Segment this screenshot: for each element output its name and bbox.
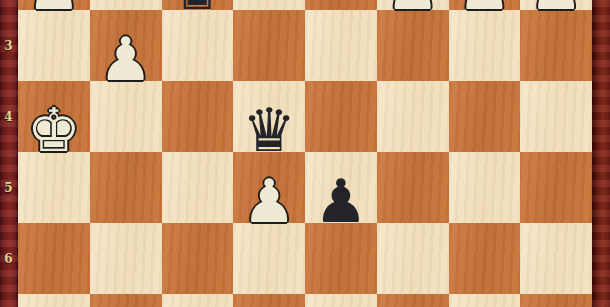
- square-e5[interactable]: ♟: [233, 152, 305, 223]
- square-g5[interactable]: [90, 152, 162, 223]
- square-a4[interactable]: [520, 81, 592, 152]
- square-f6[interactable]: [162, 223, 234, 294]
- square-h6[interactable]: [18, 223, 90, 294]
- white-king[interactable]: ♚: [18, 100, 90, 160]
- square-f2[interactable]: ♚: [162, 0, 234, 10]
- rank-label-4: 4: [0, 110, 17, 124]
- square-e4[interactable]: ♛: [233, 81, 305, 152]
- square-h2[interactable]: ♟: [18, 0, 90, 10]
- rank-label-5: 5: [0, 181, 17, 195]
- black-queen[interactable]: ♛: [233, 100, 305, 160]
- square-g4[interactable]: [90, 81, 162, 152]
- square-b6[interactable]: [449, 223, 521, 294]
- square-c2[interactable]: ♟: [377, 0, 449, 10]
- black-pawn[interactable]: ♟: [305, 171, 377, 231]
- square-c5[interactable]: [377, 152, 449, 223]
- square-g3[interactable]: ♟: [90, 10, 162, 81]
- square-a2[interactable]: ♟: [520, 0, 592, 10]
- square-d2[interactable]: [305, 0, 377, 10]
- square-b7[interactable]: [449, 294, 521, 307]
- square-h4[interactable]: ♚: [18, 81, 90, 152]
- rank-label-3: 3: [0, 39, 17, 53]
- square-c4[interactable]: [377, 81, 449, 152]
- square-g6[interactable]: [90, 223, 162, 294]
- square-d4[interactable]: [305, 81, 377, 152]
- square-g2[interactable]: [90, 0, 162, 10]
- chess-board-screenshot: ♟♚♟♟♟♟♚♛♟♟ 3456: [0, 0, 610, 307]
- square-h5[interactable]: [18, 152, 90, 223]
- square-f4[interactable]: [162, 81, 234, 152]
- square-f5[interactable]: [162, 152, 234, 223]
- square-d5[interactable]: ♟: [305, 152, 377, 223]
- square-e3[interactable]: [233, 10, 305, 81]
- square-h3[interactable]: [18, 10, 90, 81]
- square-h7[interactable]: [18, 294, 90, 307]
- square-a3[interactable]: [520, 10, 592, 81]
- square-b2[interactable]: ♟: [449, 0, 521, 10]
- square-d7[interactable]: [305, 294, 377, 307]
- square-f3[interactable]: [162, 10, 234, 81]
- board-frame-left: 3456: [0, 0, 18, 307]
- board-window: ♟♚♟♟♟♟♚♛♟♟: [18, 0, 592, 307]
- square-e7[interactable]: [233, 294, 305, 307]
- square-a5[interactable]: [520, 152, 592, 223]
- board-frame-right: [592, 0, 610, 307]
- white-pawn[interactable]: ♟: [233, 171, 305, 231]
- rank-label-6: 6: [0, 252, 17, 266]
- square-c3[interactable]: [377, 10, 449, 81]
- square-e2[interactable]: [233, 0, 305, 10]
- square-a6[interactable]: [520, 223, 592, 294]
- square-d6[interactable]: [305, 223, 377, 294]
- square-c6[interactable]: [377, 223, 449, 294]
- square-b5[interactable]: [449, 152, 521, 223]
- square-c7[interactable]: [377, 294, 449, 307]
- square-b3[interactable]: [449, 10, 521, 81]
- chess-board: ♟♚♟♟♟♟♚♛♟♟: [18, 0, 592, 307]
- square-g7[interactable]: [90, 294, 162, 307]
- white-pawn[interactable]: ♟: [90, 29, 162, 89]
- square-f7[interactable]: [162, 294, 234, 307]
- square-b4[interactable]: [449, 81, 521, 152]
- square-a7[interactable]: [520, 294, 592, 307]
- square-e6[interactable]: [233, 223, 305, 294]
- square-d3[interactable]: [305, 10, 377, 81]
